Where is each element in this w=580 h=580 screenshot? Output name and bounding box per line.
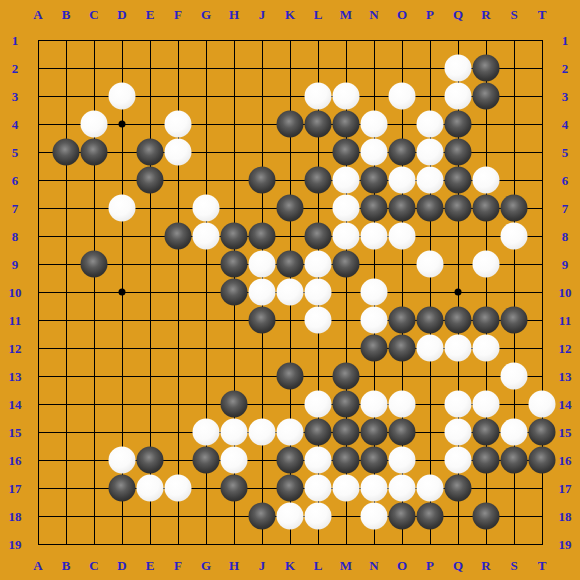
- black-stone-M15: [333, 419, 360, 446]
- black-stone-L15: [305, 419, 332, 446]
- white-stone-M7: [333, 195, 360, 222]
- col-label-bottom-H: H: [229, 559, 239, 572]
- white-stone-N17: [361, 475, 388, 502]
- col-label-top-P: P: [426, 8, 434, 21]
- col-label-top-N: N: [369, 8, 378, 21]
- row-label-left-9: 9: [12, 258, 19, 271]
- black-stone-N7: [361, 195, 388, 222]
- col-label-bottom-K: K: [285, 559, 295, 572]
- white-stone-Q12: [445, 335, 472, 362]
- black-stone-K13: [277, 363, 304, 390]
- white-stone-J15: [249, 419, 276, 446]
- black-stone-N16: [361, 447, 388, 474]
- white-stone-K18: [277, 503, 304, 530]
- col-label-top-Q: Q: [453, 8, 463, 21]
- row-label-right-7: 7: [562, 202, 569, 215]
- black-stone-O7: [389, 195, 416, 222]
- black-stone-Q7: [445, 195, 472, 222]
- col-label-top-B: B: [62, 8, 71, 21]
- white-stone-R14: [473, 391, 500, 418]
- white-stone-L14: [305, 391, 332, 418]
- row-label-left-6: 6: [12, 174, 19, 187]
- col-label-top-M: M: [340, 8, 352, 21]
- black-stone-Q17: [445, 475, 472, 502]
- black-stone-N12: [361, 335, 388, 362]
- black-stone-S7: [501, 195, 528, 222]
- row-label-right-16: 16: [559, 454, 572, 467]
- black-stone-P18: [417, 503, 444, 530]
- black-stone-K9: [277, 251, 304, 278]
- white-stone-F4: [165, 111, 192, 138]
- black-stone-R18: [473, 503, 500, 530]
- row-label-right-4: 4: [562, 118, 569, 131]
- white-stone-N4: [361, 111, 388, 138]
- white-stone-L16: [305, 447, 332, 474]
- row-label-left-16: 16: [9, 454, 22, 467]
- col-label-top-C: C: [89, 8, 98, 21]
- col-label-top-S: S: [510, 8, 517, 21]
- row-label-right-14: 14: [559, 398, 572, 411]
- col-label-bottom-C: C: [89, 559, 98, 572]
- col-label-bottom-A: A: [33, 559, 42, 572]
- black-stone-K7: [277, 195, 304, 222]
- row-label-right-6: 6: [562, 174, 569, 187]
- row-label-right-5: 5: [562, 146, 569, 159]
- white-stone-S13: [501, 363, 528, 390]
- white-stone-P5: [417, 139, 444, 166]
- col-label-bottom-D: D: [117, 559, 126, 572]
- col-label-top-L: L: [314, 8, 323, 21]
- white-stone-Q14: [445, 391, 472, 418]
- black-stone-R16: [473, 447, 500, 474]
- col-label-bottom-F: F: [174, 559, 182, 572]
- col-label-top-T: T: [538, 8, 547, 21]
- row-label-right-13: 13: [559, 370, 572, 383]
- white-stone-M8: [333, 223, 360, 250]
- black-stone-O12: [389, 335, 416, 362]
- black-stone-D17: [109, 475, 136, 502]
- white-stone-G8: [193, 223, 220, 250]
- white-stone-F17: [165, 475, 192, 502]
- white-stone-N8: [361, 223, 388, 250]
- white-stone-L3: [305, 83, 332, 110]
- black-stone-O18: [389, 503, 416, 530]
- white-stone-F5: [165, 139, 192, 166]
- white-stone-P6: [417, 167, 444, 194]
- black-stone-M13: [333, 363, 360, 390]
- row-label-right-1: 1: [562, 34, 569, 47]
- black-stone-O5: [389, 139, 416, 166]
- black-stone-B5: [53, 139, 80, 166]
- white-stone-E17: [137, 475, 164, 502]
- white-stone-Q15: [445, 419, 472, 446]
- white-stone-Q3: [445, 83, 472, 110]
- row-label-left-13: 13: [9, 370, 22, 383]
- col-label-top-K: K: [285, 8, 295, 21]
- col-label-top-F: F: [174, 8, 182, 21]
- row-label-right-15: 15: [559, 426, 572, 439]
- white-stone-N18: [361, 503, 388, 530]
- white-stone-S8: [501, 223, 528, 250]
- black-stone-Q6: [445, 167, 472, 194]
- col-label-bottom-M: M: [340, 559, 352, 572]
- black-stone-H17: [221, 475, 248, 502]
- white-stone-L9: [305, 251, 332, 278]
- white-stone-P12: [417, 335, 444, 362]
- black-stone-K4: [277, 111, 304, 138]
- col-label-bottom-G: G: [201, 559, 211, 572]
- row-label-right-3: 3: [562, 90, 569, 103]
- white-stone-O8: [389, 223, 416, 250]
- white-stone-K10: [277, 279, 304, 306]
- black-stone-S16: [501, 447, 528, 474]
- white-stone-L11: [305, 307, 332, 334]
- row-label-left-15: 15: [9, 426, 22, 439]
- black-stone-J18: [249, 503, 276, 530]
- white-stone-P17: [417, 475, 444, 502]
- white-stone-O3: [389, 83, 416, 110]
- row-label-left-18: 18: [9, 510, 22, 523]
- white-stone-L17: [305, 475, 332, 502]
- white-stone-T14: [529, 391, 556, 418]
- col-label-top-O: O: [397, 8, 407, 21]
- col-label-bottom-R: R: [481, 559, 490, 572]
- black-stone-L4: [305, 111, 332, 138]
- col-label-top-H: H: [229, 8, 239, 21]
- white-stone-R9: [473, 251, 500, 278]
- go-board-window: AABBCCDDEEFFGGHHJJKKLLMMNNOOPPQQRRSSTT11…: [0, 0, 580, 580]
- black-stone-O15: [389, 419, 416, 446]
- black-stone-E5: [137, 139, 164, 166]
- row-label-left-14: 14: [9, 398, 22, 411]
- white-stone-L18: [305, 503, 332, 530]
- white-stone-G7: [193, 195, 220, 222]
- black-stone-F8: [165, 223, 192, 250]
- black-stone-Q11: [445, 307, 472, 334]
- row-label-left-4: 4: [12, 118, 19, 131]
- white-stone-J9: [249, 251, 276, 278]
- black-stone-L6: [305, 167, 332, 194]
- row-label-left-17: 17: [9, 482, 22, 495]
- black-stone-Q4: [445, 111, 472, 138]
- black-stone-P7: [417, 195, 444, 222]
- white-stone-Q16: [445, 447, 472, 474]
- white-stone-P4: [417, 111, 444, 138]
- white-stone-G15: [193, 419, 220, 446]
- row-label-left-1: 1: [12, 34, 19, 47]
- white-stone-D3: [109, 83, 136, 110]
- star-point-Q10: [455, 289, 462, 296]
- row-label-left-5: 5: [12, 146, 19, 159]
- row-label-left-3: 3: [12, 90, 19, 103]
- black-stone-T16: [529, 447, 556, 474]
- black-stone-K16: [277, 447, 304, 474]
- black-stone-L8: [305, 223, 332, 250]
- black-stone-G16: [193, 447, 220, 474]
- white-stone-R12: [473, 335, 500, 362]
- star-point-D10: [119, 289, 126, 296]
- col-label-top-R: R: [481, 8, 490, 21]
- white-stone-N10: [361, 279, 388, 306]
- white-stone-Q2: [445, 55, 472, 82]
- white-stone-N5: [361, 139, 388, 166]
- row-label-left-19: 19: [9, 538, 22, 551]
- col-label-bottom-T: T: [538, 559, 547, 572]
- row-label-left-12: 12: [9, 342, 22, 355]
- black-stone-N15: [361, 419, 388, 446]
- white-stone-L10: [305, 279, 332, 306]
- col-label-top-J: J: [259, 8, 266, 21]
- white-stone-O6: [389, 167, 416, 194]
- row-label-left-10: 10: [9, 286, 22, 299]
- white-stone-S15: [501, 419, 528, 446]
- white-stone-M17: [333, 475, 360, 502]
- col-label-bottom-N: N: [369, 559, 378, 572]
- row-label-right-9: 9: [562, 258, 569, 271]
- col-label-bottom-E: E: [146, 559, 155, 572]
- white-stone-J10: [249, 279, 276, 306]
- row-label-right-11: 11: [559, 314, 571, 327]
- row-label-right-19: 19: [559, 538, 572, 551]
- col-label-bottom-B: B: [62, 559, 71, 572]
- white-stone-D7: [109, 195, 136, 222]
- white-stone-H16: [221, 447, 248, 474]
- col-label-bottom-L: L: [314, 559, 323, 572]
- black-stone-S11: [501, 307, 528, 334]
- row-label-left-2: 2: [12, 62, 19, 75]
- black-stone-K17: [277, 475, 304, 502]
- black-stone-M4: [333, 111, 360, 138]
- black-stone-J11: [249, 307, 276, 334]
- row-label-right-12: 12: [559, 342, 572, 355]
- white-stone-M3: [333, 83, 360, 110]
- row-label-right-2: 2: [562, 62, 569, 75]
- black-stone-E6: [137, 167, 164, 194]
- col-label-top-G: G: [201, 8, 211, 21]
- white-stone-P9: [417, 251, 444, 278]
- row-label-right-17: 17: [559, 482, 572, 495]
- black-stone-H10: [221, 279, 248, 306]
- black-stone-C5: [81, 139, 108, 166]
- black-stone-J6: [249, 167, 276, 194]
- black-stone-H14: [221, 391, 248, 418]
- black-stone-E16: [137, 447, 164, 474]
- col-label-top-A: A: [33, 8, 42, 21]
- white-stone-O16: [389, 447, 416, 474]
- black-stone-O11: [389, 307, 416, 334]
- row-label-right-8: 8: [562, 230, 569, 243]
- row-label-right-18: 18: [559, 510, 572, 523]
- black-stone-T15: [529, 419, 556, 446]
- black-stone-M5: [333, 139, 360, 166]
- row-label-left-7: 7: [12, 202, 19, 215]
- black-stone-J8: [249, 223, 276, 250]
- white-stone-O17: [389, 475, 416, 502]
- black-stone-Q5: [445, 139, 472, 166]
- white-stone-K15: [277, 419, 304, 446]
- col-label-bottom-P: P: [426, 559, 434, 572]
- white-stone-H15: [221, 419, 248, 446]
- black-stone-H9: [221, 251, 248, 278]
- white-stone-M6: [333, 167, 360, 194]
- black-stone-R3: [473, 83, 500, 110]
- black-stone-R7: [473, 195, 500, 222]
- black-stone-P11: [417, 307, 444, 334]
- black-stone-R2: [473, 55, 500, 82]
- white-stone-N11: [361, 307, 388, 334]
- col-label-top-E: E: [146, 8, 155, 21]
- black-stone-M9: [333, 251, 360, 278]
- black-stone-H8: [221, 223, 248, 250]
- row-label-left-11: 11: [9, 314, 21, 327]
- white-stone-R6: [473, 167, 500, 194]
- white-stone-O14: [389, 391, 416, 418]
- row-label-left-8: 8: [12, 230, 19, 243]
- white-stone-C4: [81, 111, 108, 138]
- black-stone-N6: [361, 167, 388, 194]
- black-stone-R11: [473, 307, 500, 334]
- col-label-bottom-S: S: [510, 559, 517, 572]
- col-label-bottom-J: J: [259, 559, 266, 572]
- black-stone-C9: [81, 251, 108, 278]
- black-stone-M14: [333, 391, 360, 418]
- black-stone-R15: [473, 419, 500, 446]
- white-stone-N14: [361, 391, 388, 418]
- star-point-D4: [119, 121, 126, 128]
- black-stone-M16: [333, 447, 360, 474]
- col-label-bottom-Q: Q: [453, 559, 463, 572]
- white-stone-D16: [109, 447, 136, 474]
- col-label-top-D: D: [117, 8, 126, 21]
- col-label-bottom-O: O: [397, 559, 407, 572]
- row-label-right-10: 10: [559, 286, 572, 299]
